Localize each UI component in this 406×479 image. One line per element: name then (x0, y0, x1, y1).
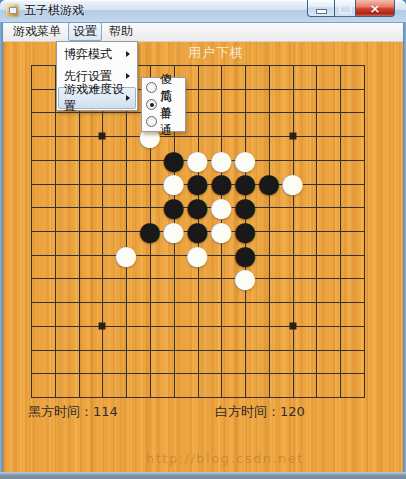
board-cell[interactable] (43, 195, 67, 219)
board-cell[interactable] (186, 314, 210, 338)
board-cell[interactable] (90, 124, 114, 148)
minimize-icon (316, 9, 327, 14)
board-cell[interactable] (90, 219, 114, 243)
watermark-text: http://blog.csdn.net (146, 451, 304, 466)
board-cell[interactable] (352, 314, 376, 338)
board-cell[interactable] (352, 361, 376, 385)
board-cell[interactable]: ● (186, 243, 210, 267)
board-cell[interactable] (90, 361, 114, 385)
board-cell[interactable] (304, 338, 328, 362)
board-cell[interactable]: ● (233, 266, 257, 290)
board-cell[interactable] (209, 243, 233, 267)
board-cell[interactable] (304, 243, 328, 267)
board-cell[interactable] (352, 195, 376, 219)
menu-item-difficulty[interactable]: 游戏难度设置 (58, 87, 136, 109)
white-stone: ● (162, 218, 185, 244)
board-cell[interactable] (352, 385, 376, 409)
board-cell[interactable] (304, 314, 328, 338)
menu-settings[interactable]: 设置 (68, 22, 102, 41)
board-cell[interactable] (328, 172, 352, 196)
board-cell[interactable] (43, 124, 67, 148)
board-cell[interactable] (138, 243, 162, 267)
board-cell[interactable] (67, 124, 91, 148)
board-cell[interactable] (328, 219, 352, 243)
board-cell[interactable] (43, 361, 67, 385)
board-cell[interactable] (67, 243, 91, 267)
board-cell[interactable] (257, 77, 281, 101)
board-cell[interactable] (67, 148, 91, 172)
board-cell[interactable] (90, 338, 114, 362)
board-cell[interactable] (90, 314, 114, 338)
board-cell[interactable] (19, 290, 43, 314)
board-cell[interactable] (19, 243, 43, 267)
board-cell[interactable] (138, 53, 162, 77)
board-cell[interactable] (328, 124, 352, 148)
board-cell[interactable] (162, 290, 186, 314)
board-cell[interactable] (114, 148, 138, 172)
white-stone: ● (281, 170, 304, 196)
window-border-bottom (0, 472, 406, 479)
board-cell[interactable] (67, 290, 91, 314)
board-cell[interactable] (304, 172, 328, 196)
black-stone: ● (139, 218, 162, 244)
board-cell[interactable] (19, 53, 43, 77)
board-cell[interactable] (19, 77, 43, 101)
board-cell[interactable] (209, 361, 233, 385)
board-cell[interactable] (19, 361, 43, 385)
menu-help[interactable]: 帮助 (104, 22, 138, 41)
window-controls: × (308, 0, 395, 17)
board-cell[interactable] (281, 53, 305, 77)
board-cell[interactable] (304, 101, 328, 125)
board-cell[interactable] (67, 361, 91, 385)
board-cell[interactable] (162, 266, 186, 290)
board-cell[interactable] (67, 266, 91, 290)
board-cell[interactable] (209, 338, 233, 362)
board-cell[interactable] (281, 219, 305, 243)
board-cell[interactable] (138, 172, 162, 196)
window-title: 五子棋游戏 (24, 0, 84, 21)
board-cell[interactable] (257, 101, 281, 125)
black-stone: ● (257, 170, 280, 196)
board-cell[interactable] (162, 361, 186, 385)
menu-bar: 游戏菜单 设置 帮助 (3, 22, 403, 42)
menu-item-game-mode[interactable]: 博弈模式 (58, 43, 136, 65)
board-cell[interactable] (19, 266, 43, 290)
board-cell[interactable] (257, 314, 281, 338)
board-cell[interactable] (186, 338, 210, 362)
app-window: 五子棋游戏 × 游戏菜单 设置 帮助 ●●●●●●●●●●●●●●●●●●●●●… (0, 0, 406, 479)
board-cell[interactable] (281, 195, 305, 219)
board-cell[interactable] (328, 53, 352, 77)
menu-game[interactable]: 游戏菜单 (8, 22, 66, 41)
board-cell[interactable] (304, 77, 328, 101)
window-border-left (0, 22, 3, 472)
board-cell[interactable] (19, 314, 43, 338)
board-cell[interactable] (233, 290, 257, 314)
board-cell[interactable] (209, 101, 233, 125)
board-cell[interactable] (352, 338, 376, 362)
board-cell[interactable] (304, 361, 328, 385)
white-stone: ● (115, 242, 138, 268)
board-cell[interactable] (304, 290, 328, 314)
board-cell[interactable] (19, 219, 43, 243)
board-cell[interactable] (138, 338, 162, 362)
board-cell[interactable] (257, 219, 281, 243)
board-cell[interactable] (328, 314, 352, 338)
board-cell[interactable] (114, 338, 138, 362)
board-cell[interactable] (209, 77, 233, 101)
board-cell[interactable] (233, 338, 257, 362)
board-cell[interactable] (281, 361, 305, 385)
board-cell[interactable] (138, 385, 162, 409)
board-cell[interactable] (43, 266, 67, 290)
board-cell[interactable] (114, 172, 138, 196)
board-cell[interactable] (352, 124, 376, 148)
difficulty-submenu-popup: 傻瓜 简单 普通 (141, 77, 186, 132)
board-cell[interactable] (257, 338, 281, 362)
board-cell[interactable] (186, 101, 210, 125)
board-cell[interactable] (328, 361, 352, 385)
white-stone: ● (234, 265, 257, 291)
board-cell[interactable]: ● (138, 219, 162, 243)
board-cell[interactable] (257, 124, 281, 148)
board-cell[interactable] (90, 290, 114, 314)
close-button[interactable]: × (355, 0, 395, 17)
board-cell[interactable] (233, 361, 257, 385)
board-cell[interactable] (233, 77, 257, 101)
board-cell[interactable] (304, 266, 328, 290)
board-cell[interactable] (186, 385, 210, 409)
board-cell[interactable] (19, 195, 43, 219)
board-cell[interactable] (257, 53, 281, 77)
board-cell[interactable] (114, 314, 138, 338)
board-cell[interactable] (43, 219, 67, 243)
white-stone: ● (186, 242, 209, 268)
board-cell[interactable] (328, 385, 352, 409)
radio-unchecked-icon (146, 82, 157, 93)
board-cell[interactable] (67, 338, 91, 362)
board-cell[interactable] (304, 195, 328, 219)
board-cell[interactable] (328, 290, 352, 314)
board-cell[interactable] (90, 172, 114, 196)
board-cell[interactable] (209, 314, 233, 338)
board-cell[interactable] (114, 195, 138, 219)
board-cell[interactable]: ● (257, 172, 281, 196)
board-cell[interactable] (90, 148, 114, 172)
board-cell[interactable] (43, 243, 67, 267)
board-cell[interactable] (138, 314, 162, 338)
board-cell[interactable] (257, 361, 281, 385)
board-cell[interactable] (257, 243, 281, 267)
board-cell[interactable] (304, 124, 328, 148)
board-cell[interactable] (233, 101, 257, 125)
board-cell[interactable] (257, 195, 281, 219)
board-cell[interactable] (352, 266, 376, 290)
board-cell[interactable] (114, 361, 138, 385)
board-cell[interactable] (328, 101, 352, 125)
board-cell[interactable] (186, 361, 210, 385)
board-cell[interactable] (304, 53, 328, 77)
board-cell[interactable] (67, 195, 91, 219)
board-cell[interactable] (67, 219, 91, 243)
board-cell[interactable] (162, 243, 186, 267)
board-cell[interactable] (352, 101, 376, 125)
board-cell[interactable]: ● (114, 243, 138, 267)
board-cell[interactable] (67, 314, 91, 338)
board-cell[interactable] (19, 148, 43, 172)
board-cell[interactable] (90, 243, 114, 267)
white-stone: ● (210, 218, 233, 244)
maximize-icon (339, 3, 352, 14)
submenu-arrow-icon (126, 51, 130, 57)
board-cell[interactable]: ● (209, 219, 233, 243)
board-cell[interactable] (281, 290, 305, 314)
board-cell[interactable] (304, 148, 328, 172)
board-cell[interactable] (162, 385, 186, 409)
board-cell[interactable] (43, 338, 67, 362)
board-cell[interactable] (19, 172, 43, 196)
board-cell[interactable] (19, 124, 43, 148)
board-cell[interactable] (352, 243, 376, 267)
board-cell[interactable] (233, 314, 257, 338)
board-cell[interactable] (67, 172, 91, 196)
board-cell[interactable] (328, 195, 352, 219)
minimize-button[interactable] (307, 0, 335, 17)
board-cell[interactable] (90, 195, 114, 219)
board-cell[interactable] (209, 266, 233, 290)
board-cell[interactable] (281, 243, 305, 267)
board-cell[interactable] (304, 219, 328, 243)
board-cell[interactable] (43, 148, 67, 172)
board-cell[interactable] (257, 266, 281, 290)
black-time-label: 黑方时间：114 (28, 403, 118, 421)
board-cell[interactable] (281, 77, 305, 101)
board-cell[interactable] (328, 77, 352, 101)
board-cell[interactable] (281, 124, 305, 148)
board-cell[interactable] (352, 290, 376, 314)
board-cell[interactable] (281, 266, 305, 290)
board-cell[interactable] (352, 53, 376, 77)
board-cell[interactable] (209, 290, 233, 314)
white-time-label: 白方时间：120 (215, 403, 305, 421)
board-cell[interactable] (352, 148, 376, 172)
board-cell[interactable] (186, 77, 210, 101)
board-cell[interactable] (19, 101, 43, 125)
maximize-button[interactable] (334, 0, 356, 17)
board-cell[interactable]: ● (162, 219, 186, 243)
board-cell[interactable] (114, 124, 138, 148)
board-cell[interactable] (328, 338, 352, 362)
radio-unchecked-icon (146, 116, 157, 127)
submenu-arrow-icon (126, 73, 130, 79)
board-cell[interactable] (138, 148, 162, 172)
board-cell[interactable] (162, 338, 186, 362)
board-cell[interactable] (304, 385, 328, 409)
board-cell[interactable] (90, 266, 114, 290)
board-cell[interactable] (352, 172, 376, 196)
board-cell[interactable] (281, 338, 305, 362)
board-cell[interactable] (186, 290, 210, 314)
submenu-arrow-icon (126, 95, 130, 101)
board-cell[interactable] (138, 266, 162, 290)
board-cell[interactable] (114, 290, 138, 314)
radio-checked-icon (146, 99, 157, 110)
board-cell[interactable]: ● (281, 172, 305, 196)
board-cell[interactable] (43, 290, 67, 314)
board-cell[interactable] (352, 219, 376, 243)
board-cell[interactable] (43, 172, 67, 196)
board-cell[interactable] (257, 290, 281, 314)
board-cell[interactable] (281, 314, 305, 338)
close-icon: × (370, 1, 381, 16)
board-cell[interactable] (19, 338, 43, 362)
board-cell[interactable] (162, 314, 186, 338)
settings-menu-popup: 博弈模式 先行设置 游戏难度设置 (56, 41, 138, 111)
board-cell[interactable] (352, 77, 376, 101)
board-cell[interactable] (43, 314, 67, 338)
difficulty-option-normal[interactable]: 普通 (143, 113, 184, 130)
turn-indicator: 用户下棋 (188, 44, 244, 62)
board-cell[interactable] (328, 266, 352, 290)
app-icon[interactable] (6, 4, 19, 17)
board-cell[interactable] (138, 361, 162, 385)
board-cell[interactable] (138, 290, 162, 314)
board-cell[interactable] (328, 148, 352, 172)
board-cell[interactable] (281, 101, 305, 125)
board-cell[interactable] (328, 243, 352, 267)
